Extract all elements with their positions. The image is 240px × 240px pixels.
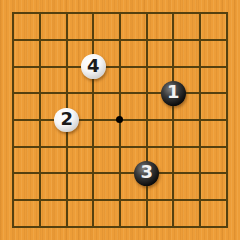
intersection-G2[interactable]: [160, 187, 187, 214]
intersection-D9[interactable]: [80, 0, 107, 27]
intersection-B4[interactable]: [27, 133, 54, 160]
intersection-H4[interactable]: [187, 133, 214, 160]
intersection-F7[interactable]: [133, 53, 160, 80]
intersection-E6[interactable]: [107, 80, 134, 107]
intersection-J7[interactable]: [213, 53, 240, 80]
intersection-F6[interactable]: [133, 80, 160, 107]
move-number: 2: [60, 110, 73, 128]
intersection-D8[interactable]: [80, 27, 107, 54]
move-number: 3: [140, 163, 153, 181]
intersection-G7[interactable]: [160, 53, 187, 80]
intersection-E9[interactable]: [107, 0, 134, 27]
intersection-C1[interactable]: [53, 213, 80, 240]
intersection-C9[interactable]: [53, 0, 80, 27]
intersection-B2[interactable]: [27, 187, 54, 214]
intersection-C4[interactable]: [53, 133, 80, 160]
intersection-E7[interactable]: [107, 53, 134, 80]
intersection-H6[interactable]: [187, 80, 214, 107]
intersection-B3[interactable]: [27, 160, 54, 187]
intersection-A3[interactable]: [0, 160, 27, 187]
intersection-J9[interactable]: [213, 0, 240, 27]
intersection-J3[interactable]: [213, 160, 240, 187]
intersection-H5[interactable]: [187, 107, 214, 134]
intersection-E3[interactable]: [107, 160, 134, 187]
intersection-F4[interactable]: [133, 133, 160, 160]
intersection-J2[interactable]: [213, 187, 240, 214]
intersection-C8[interactable]: [53, 27, 80, 54]
intersection-G5[interactable]: [160, 107, 187, 134]
intersection-B9[interactable]: [27, 0, 54, 27]
intersection-G9[interactable]: [160, 0, 187, 27]
intersection-C7[interactable]: [53, 53, 80, 80]
move-number: 1: [167, 83, 180, 101]
intersection-G3[interactable]: [160, 160, 187, 187]
intersection-A6[interactable]: [0, 80, 27, 107]
intersection-G8[interactable]: [160, 27, 187, 54]
stone-black-G6: 1: [161, 81, 186, 106]
intersection-A4[interactable]: [0, 133, 27, 160]
stone-black-F3: 3: [134, 161, 159, 186]
intersection-D5[interactable]: [80, 107, 107, 134]
intersection-E1[interactable]: [107, 213, 134, 240]
intersection-H1[interactable]: [187, 213, 214, 240]
intersection-D4[interactable]: [80, 133, 107, 160]
intersection-J4[interactable]: [213, 133, 240, 160]
intersection-A5[interactable]: [0, 107, 27, 134]
intersection-E5[interactable]: [107, 107, 134, 134]
intersection-A7[interactable]: [0, 53, 27, 80]
stone-white-C5: 2: [54, 108, 79, 133]
intersection-B1[interactable]: [27, 213, 54, 240]
intersection-F2[interactable]: [133, 187, 160, 214]
intersection-C3[interactable]: [53, 160, 80, 187]
intersection-B7[interactable]: [27, 53, 54, 80]
intersection-H9[interactable]: [187, 0, 214, 27]
intersection-A9[interactable]: [0, 0, 27, 27]
intersection-B5[interactable]: [27, 107, 54, 134]
intersection-H3[interactable]: [187, 160, 214, 187]
intersection-B8[interactable]: [27, 27, 54, 54]
intersection-H2[interactable]: [187, 187, 214, 214]
intersection-F3[interactable]: 3: [133, 160, 160, 187]
intersection-D7[interactable]: 4: [80, 53, 107, 80]
intersection-J6[interactable]: [213, 80, 240, 107]
intersection-F1[interactable]: [133, 213, 160, 240]
intersection-E2[interactable]: [107, 187, 134, 214]
intersection-G4[interactable]: [160, 133, 187, 160]
intersection-F8[interactable]: [133, 27, 160, 54]
intersection-F9[interactable]: [133, 0, 160, 27]
stone-white-D7: 4: [81, 54, 106, 79]
intersection-J5[interactable]: [213, 107, 240, 134]
intersection-F5[interactable]: [133, 107, 160, 134]
intersection-E8[interactable]: [107, 27, 134, 54]
intersection-D1[interactable]: [80, 213, 107, 240]
intersection-C2[interactable]: [53, 187, 80, 214]
intersection-G6[interactable]: 1: [160, 80, 187, 107]
intersection-A8[interactable]: [0, 27, 27, 54]
intersection-G1[interactable]: [160, 213, 187, 240]
intersection-B6[interactable]: [27, 80, 54, 107]
intersection-C5[interactable]: 2: [53, 107, 80, 134]
hoshi-tengen: [116, 116, 123, 123]
intersection-E4[interactable]: [107, 133, 134, 160]
intersection-A2[interactable]: [0, 187, 27, 214]
intersection-A1[interactable]: [0, 213, 27, 240]
intersection-J1[interactable]: [213, 213, 240, 240]
intersection-J8[interactable]: [213, 27, 240, 54]
intersection-C6[interactable]: [53, 80, 80, 107]
move-number: 4: [87, 57, 100, 75]
go-board: 4123: [0, 0, 240, 240]
intersection-D6[interactable]: [80, 80, 107, 107]
intersection-H8[interactable]: [187, 27, 214, 54]
intersection-H7[interactable]: [187, 53, 214, 80]
intersection-D2[interactable]: [80, 187, 107, 214]
intersection-D3[interactable]: [80, 160, 107, 187]
